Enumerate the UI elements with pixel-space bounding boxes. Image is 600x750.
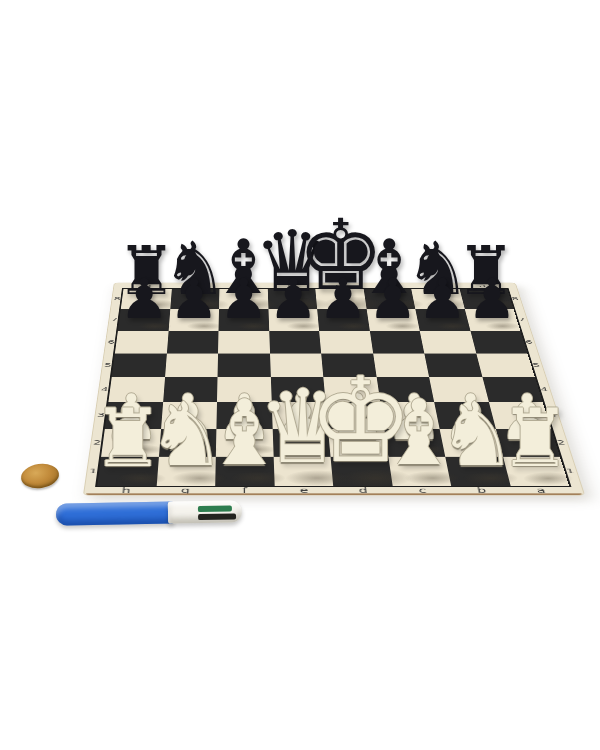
square-h8[interactable] — [97, 457, 158, 487]
square-c5[interactable] — [376, 377, 434, 402]
square-a1[interactable] — [459, 289, 513, 310]
square-f3[interactable] — [218, 331, 270, 354]
square-f4[interactable] — [218, 353, 271, 377]
square-c6[interactable] — [380, 402, 440, 428]
square-b2[interactable] — [415, 309, 470, 331]
square-d6[interactable] — [326, 402, 384, 428]
rank-label-right-6: 6 — [525, 339, 534, 344]
board-grid — [97, 289, 569, 486]
square-d1[interactable] — [315, 289, 366, 310]
chess-mat: hhggffeeddccbbaa1122334455667788 — [84, 283, 584, 495]
square-c4[interactable] — [373, 353, 429, 377]
file-label-far-c: c — [383, 283, 390, 288]
square-c2[interactable] — [366, 309, 419, 331]
square-a3[interactable] — [470, 331, 527, 354]
rank-label-left-7: 7 — [111, 317, 119, 322]
file-label-far-b: b — [430, 283, 438, 288]
rank-label-left-8: 8 — [114, 296, 121, 301]
rank-label-right-7: 7 — [518, 317, 527, 322]
square-d3[interactable] — [319, 331, 373, 354]
square-h6[interactable] — [105, 402, 163, 428]
rank-label-right-8: 8 — [511, 296, 519, 301]
square-d7[interactable] — [328, 429, 388, 457]
rank-label-right-3: 3 — [548, 412, 558, 418]
square-c1[interactable] — [363, 289, 415, 310]
square-b8[interactable] — [445, 457, 510, 487]
square-h7[interactable] — [101, 429, 161, 457]
square-g3[interactable] — [166, 331, 218, 354]
square-d4[interactable] — [321, 353, 376, 377]
square-h5[interactable] — [108, 377, 164, 402]
square-h4[interactable] — [112, 353, 167, 377]
square-h3[interactable] — [115, 331, 168, 354]
square-c3[interactable] — [369, 331, 424, 354]
square-e2[interactable] — [268, 309, 319, 331]
square-a6[interactable] — [489, 402, 552, 428]
rank-label-right-1: 1 — [565, 468, 575, 475]
rank-label-left-3: 3 — [97, 412, 106, 418]
square-e1[interactable] — [267, 289, 317, 310]
square-g7[interactable] — [158, 429, 216, 457]
mat-edge-line — [86, 493, 582, 495]
square-b4[interactable] — [424, 353, 482, 377]
square-g6[interactable] — [161, 402, 217, 428]
rank-label-left-6: 6 — [107, 339, 115, 344]
rank-label-right-4: 4 — [540, 387, 549, 393]
square-b1[interactable] — [411, 289, 464, 310]
square-f8[interactable] — [215, 457, 274, 487]
square-d8[interactable] — [331, 457, 393, 487]
file-label-far-g: g — [192, 283, 199, 288]
square-g8[interactable] — [156, 457, 216, 487]
square-e6[interactable] — [271, 402, 328, 428]
square-b6[interactable] — [434, 402, 495, 428]
square-h1[interactable] — [121, 289, 172, 310]
square-a4[interactable] — [476, 353, 535, 377]
file-label-far-a: a — [478, 283, 486, 288]
square-a5[interactable] — [482, 377, 543, 402]
rank-label-left-5: 5 — [104, 362, 112, 368]
square-e4[interactable] — [270, 353, 324, 377]
square-f6[interactable] — [216, 402, 272, 428]
file-label-far-f: f — [241, 283, 245, 288]
square-b3[interactable] — [420, 331, 476, 354]
square-d5[interactable] — [323, 377, 380, 402]
square-e5[interactable] — [270, 377, 325, 402]
square-b7[interactable] — [440, 429, 503, 457]
rank-label-left-4: 4 — [100, 387, 108, 393]
square-g5[interactable] — [163, 377, 218, 402]
photo-stage: hhggffeeddccbbaa1122334455667788 ♜♞♝♛♚♝♞… — [0, 0, 600, 750]
rank-label-right-2: 2 — [556, 439, 566, 446]
square-h2[interactable] — [118, 309, 170, 331]
file-label-far-e: e — [288, 283, 295, 288]
file-label-far-d: d — [335, 283, 343, 288]
square-a7[interactable] — [495, 429, 560, 457]
pen-blue-barrel — [56, 502, 174, 526]
square-g4[interactable] — [165, 353, 218, 377]
square-f2[interactable] — [219, 309, 269, 331]
coin — [20, 461, 61, 490]
square-e3[interactable] — [269, 331, 321, 354]
square-c8[interactable] — [388, 457, 451, 487]
square-c7[interactable] — [384, 429, 445, 457]
pen-green-slider — [198, 506, 232, 513]
square-f7[interactable] — [216, 429, 273, 457]
rank-label-right-5: 5 — [532, 362, 541, 368]
square-g2[interactable] — [168, 309, 219, 331]
square-e7[interactable] — [272, 429, 330, 457]
square-a8[interactable] — [503, 457, 570, 487]
file-label-far-h: h — [144, 283, 152, 288]
rank-label-left-2: 2 — [93, 439, 102, 446]
square-e8[interactable] — [273, 457, 333, 487]
pen — [56, 498, 242, 528]
square-b5[interactable] — [429, 377, 488, 402]
square-f1[interactable] — [219, 289, 268, 310]
square-a2[interactable] — [464, 309, 520, 331]
rank-label-left-1: 1 — [89, 468, 98, 475]
square-d2[interactable] — [317, 309, 369, 331]
square-g1[interactable] — [170, 289, 220, 310]
square-f5[interactable] — [217, 377, 271, 402]
pen-black-slider — [198, 513, 236, 520]
